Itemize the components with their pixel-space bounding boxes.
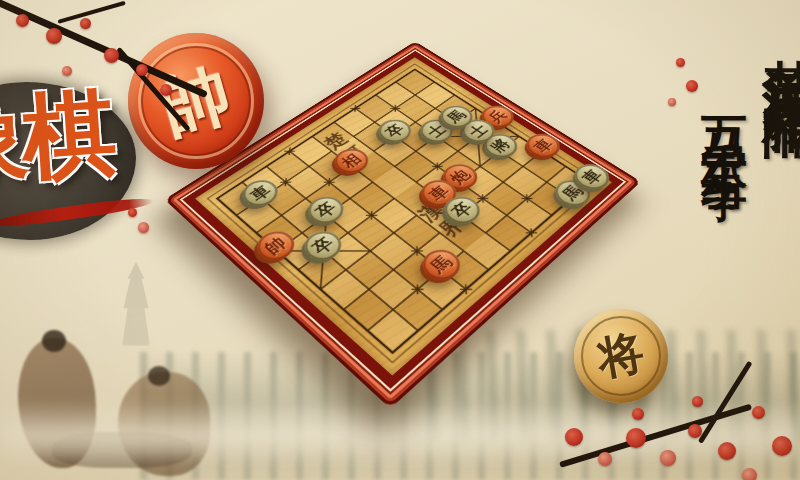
plum-twig: [57, 1, 125, 24]
plum-blossom: [136, 64, 148, 76]
piece-green-zu-3[interactable]: 卒: [301, 191, 351, 229]
piece-glyph: 車: [579, 167, 605, 186]
piece-glyph: 士: [466, 122, 491, 139]
piece-glyph: 卒: [312, 199, 339, 219]
piece-glyph: 炮: [447, 167, 473, 186]
plum-blossom: [128, 208, 137, 217]
piece-glyph: 卒: [309, 234, 337, 256]
plum-blossom: [676, 58, 685, 67]
plum-blossom: [160, 84, 172, 96]
plum-blossom: [752, 406, 765, 419]
piece-green-zu-1[interactable]: 卒: [372, 115, 418, 147]
piece-glyph: 車: [247, 183, 273, 203]
piece-red-ma[interactable]: 馬: [415, 243, 467, 285]
hero-piece-jiang[interactable]: 将: [574, 309, 668, 403]
plum-blossom: [104, 48, 119, 63]
plum-blossom: [80, 18, 91, 29]
piece-glyph: 相: [339, 151, 365, 169]
piece-green-ju-2[interactable]: 車: [236, 175, 285, 211]
piece-green-zu-4[interactable]: 卒: [297, 225, 349, 266]
plum-blossom: [632, 408, 644, 420]
plum-blossom: [742, 468, 757, 480]
ink-figure-left-head: [42, 330, 66, 352]
plum-blossom: [686, 80, 698, 92]
plum-blossom: [692, 396, 703, 407]
plum-blossom: [772, 436, 792, 456]
plum-blossom: [138, 222, 149, 233]
plum-blossom: [46, 28, 62, 44]
plum-blossom: [718, 442, 736, 460]
piece-glyph: 卒: [383, 122, 408, 139]
piece-red-shuai[interactable]: 帥: [250, 225, 302, 266]
piece-glyph: 將: [488, 136, 513, 154]
piece-glyph: 士: [424, 122, 449, 139]
piece-glyph: 馬: [427, 253, 455, 276]
plum-blossom: [16, 14, 29, 27]
plum-blossom: [668, 98, 676, 106]
hero-jiang-glyph: 将: [593, 321, 649, 390]
ink-figure-right-head: [148, 366, 170, 386]
piece-glyph: 卒: [449, 199, 476, 219]
piece-red-ju-1[interactable]: 車: [520, 129, 566, 162]
calligraphy-left-column: 万马千军纷争: [694, 80, 756, 152]
piece-glyph: 車: [531, 136, 556, 154]
pagoda-silhouette: [122, 262, 150, 346]
piece-glyph: 馬: [559, 183, 585, 203]
plum-blossom: [62, 66, 72, 76]
plum-blossom: [688, 424, 702, 438]
calligraphy-right-column: 楚河汉界相隔: [753, 16, 800, 76]
piece-glyph: 帥: [262, 234, 290, 256]
plum-blossom: [660, 450, 676, 466]
xiangqi-promo-scene: 楚河汉界相隔 万马千军纷争: [0, 0, 800, 480]
plum-blossom: [598, 452, 612, 466]
plum-blossom: [626, 428, 646, 448]
piece-glyph: 馬: [444, 108, 468, 125]
plum-blossom: [565, 428, 583, 446]
